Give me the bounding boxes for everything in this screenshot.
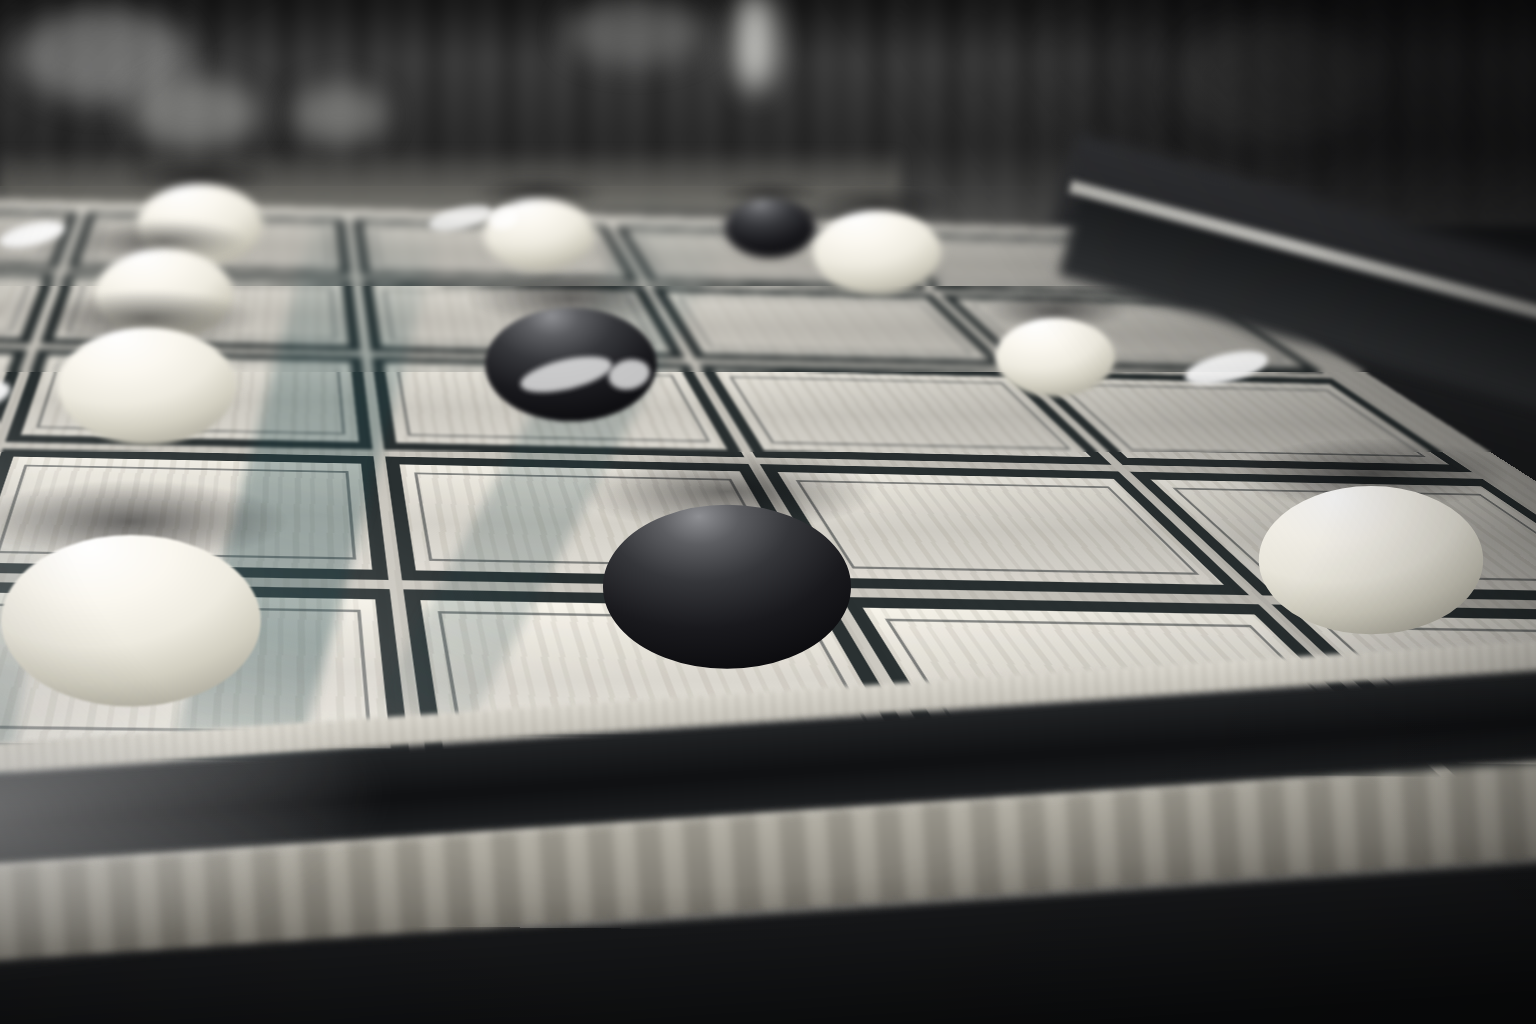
stone-glyph: ● [987,297,1123,400]
white-stone-d4[interactable]: ●● [804,160,950,327]
front-left-light-glow [0,715,435,992]
stone-glyph: ● [585,461,869,676]
stone-specular-highlight [0,216,67,252]
stone-glyph: ● [1243,446,1500,640]
photo-scene: ●●●●●●●●●●●●●●●● [0,0,1536,1024]
stone-glyph: ● [804,188,950,298]
stone-glyph: ● [0,489,279,713]
stone-glyph: ● [473,278,669,427]
stone-specular-highlight [0,372,14,425]
stone-glyph: ● [45,296,248,450]
white-stone-b1[interactable]: ● [0,431,279,771]
stone-specular-highlight [1181,345,1270,391]
black-stone-c1[interactable]: ● [585,406,869,731]
white-stone-d3[interactable]: ●● [987,270,1123,426]
